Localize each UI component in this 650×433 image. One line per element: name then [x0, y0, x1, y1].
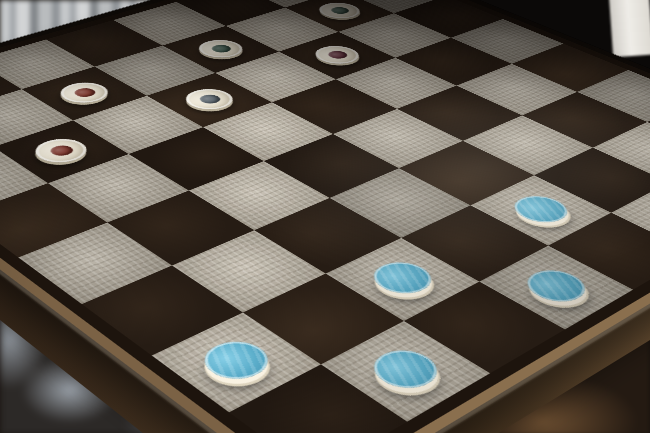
checker-teal-c2[interactable]: [362, 256, 442, 299]
piece-center-dot: [70, 86, 99, 98]
piece-center-dot: [324, 49, 351, 60]
checker-teal-d1[interactable]: [516, 264, 596, 308]
checker-teal-a2[interactable]: [192, 335, 280, 387]
piece-center-dot: [207, 43, 234, 54]
piece-center-dot: [46, 143, 77, 157]
piece-center-dot: [327, 6, 352, 15]
checker-cream-g7[interactable]: [311, 0, 368, 21]
checker-cream-c7[interactable]: [52, 79, 117, 107]
checker-teal-e2[interactable]: [504, 191, 577, 228]
checker-cream-b6[interactable]: [26, 134, 97, 167]
white-pillar: [609, 0, 650, 57]
piece-center-dot: [195, 93, 224, 105]
checker-cream-f6[interactable]: [307, 43, 368, 68]
checker-cream-e7[interactable]: [190, 37, 251, 62]
checker-cream-d6[interactable]: [177, 85, 242, 113]
checker-teal-b1[interactable]: [361, 343, 449, 395]
checkers-table-photo: [0, 0, 650, 433]
